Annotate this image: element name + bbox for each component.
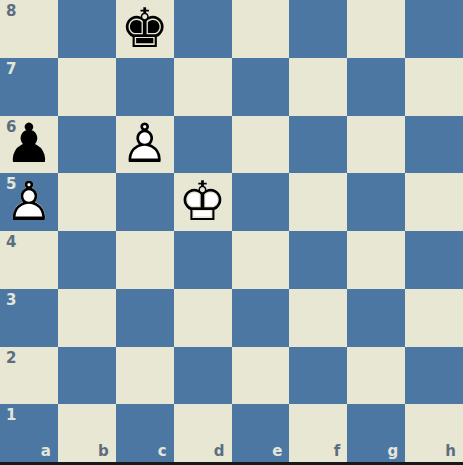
square-f3[interactable] (289, 289, 347, 347)
square-f5[interactable] (289, 173, 347, 231)
white-pawn-outline: ♙ (0, 173, 58, 231)
rank-label-4: 4 (6, 235, 16, 250)
square-e6[interactable] (232, 116, 290, 174)
square-f7[interactable] (289, 58, 347, 116)
square-b6[interactable] (58, 116, 116, 174)
square-a4[interactable]: 4 (0, 231, 58, 289)
square-c6[interactable]: ♟♙ (116, 116, 174, 174)
square-g6[interactable] (347, 116, 405, 174)
file-label-d: d (214, 444, 225, 459)
square-h6[interactable] (405, 116, 463, 174)
white-pawn-piece[interactable]: ♟♙ (116, 116, 174, 174)
square-d2[interactable] (174, 347, 232, 405)
square-d4[interactable] (174, 231, 232, 289)
black-pawn-glyph: ♟ (0, 116, 58, 174)
black-king-piece[interactable]: ♚ (116, 0, 174, 58)
file-label-a: a (41, 444, 51, 459)
square-b7[interactable] (58, 58, 116, 116)
chess-board: 8♚76♟♟♙5♟♙♚♔4321abcdefgh (0, 0, 463, 462)
square-d1[interactable]: d (174, 404, 232, 462)
square-c4[interactable] (116, 231, 174, 289)
square-b8[interactable] (58, 0, 116, 58)
file-label-e: e (272, 444, 282, 459)
square-c5[interactable] (116, 173, 174, 231)
white-pawn-outline: ♙ (116, 116, 174, 174)
square-h4[interactable] (405, 231, 463, 289)
rank-label-2: 2 (6, 351, 16, 366)
square-c1[interactable]: c (116, 404, 174, 462)
square-d5[interactable]: ♚♔ (174, 173, 232, 231)
square-e7[interactable] (232, 58, 290, 116)
square-h5[interactable] (405, 173, 463, 231)
file-label-c: c (158, 444, 167, 459)
square-f1[interactable]: f (289, 404, 347, 462)
square-c2[interactable] (116, 347, 174, 405)
square-g8[interactable] (347, 0, 405, 58)
rank-label-8: 8 (6, 4, 16, 19)
square-e8[interactable] (232, 0, 290, 58)
square-g1[interactable]: g (347, 404, 405, 462)
square-a3[interactable]: 3 (0, 289, 58, 347)
rank-label-3: 3 (6, 293, 16, 308)
square-h8[interactable] (405, 0, 463, 58)
square-d3[interactable] (174, 289, 232, 347)
white-king-piece[interactable]: ♚♔ (174, 173, 232, 231)
chess-app: 8♚76♟♟♙5♟♙♚♔4321abcdefgh (0, 0, 463, 465)
square-a8[interactable]: 8 (0, 0, 58, 58)
white-pawn-piece[interactable]: ♟♙ (0, 173, 58, 231)
square-g2[interactable] (347, 347, 405, 405)
square-e4[interactable] (232, 231, 290, 289)
square-h7[interactable] (405, 58, 463, 116)
square-b2[interactable] (58, 347, 116, 405)
square-d8[interactable] (174, 0, 232, 58)
file-label-f: f (334, 444, 341, 459)
square-d7[interactable] (174, 58, 232, 116)
square-h3[interactable] (405, 289, 463, 347)
square-g4[interactable] (347, 231, 405, 289)
square-b3[interactable] (58, 289, 116, 347)
square-a6[interactable]: 6♟ (0, 116, 58, 174)
square-e3[interactable] (232, 289, 290, 347)
square-h2[interactable] (405, 347, 463, 405)
square-c3[interactable] (116, 289, 174, 347)
square-b1[interactable]: b (58, 404, 116, 462)
square-e2[interactable] (232, 347, 290, 405)
square-f8[interactable] (289, 0, 347, 58)
black-king-glyph: ♚ (116, 0, 174, 58)
file-label-h: h (445, 444, 456, 459)
square-h1[interactable]: h (405, 404, 463, 462)
square-g5[interactable] (347, 173, 405, 231)
square-g7[interactable] (347, 58, 405, 116)
square-a1[interactable]: 1a (0, 404, 58, 462)
square-f2[interactable] (289, 347, 347, 405)
square-a5[interactable]: 5♟♙ (0, 173, 58, 231)
square-e5[interactable] (232, 173, 290, 231)
square-e1[interactable]: e (232, 404, 290, 462)
square-d6[interactable] (174, 116, 232, 174)
rank-label-7: 7 (6, 62, 16, 77)
white-king-outline: ♔ (174, 173, 232, 231)
square-f6[interactable] (289, 116, 347, 174)
square-c8[interactable]: ♚ (116, 0, 174, 58)
square-a2[interactable]: 2 (0, 347, 58, 405)
square-f4[interactable] (289, 231, 347, 289)
file-label-b: b (98, 444, 109, 459)
square-b5[interactable] (58, 173, 116, 231)
square-a7[interactable]: 7 (0, 58, 58, 116)
black-pawn-piece[interactable]: ♟ (0, 116, 58, 174)
square-b4[interactable] (58, 231, 116, 289)
rank-label-1: 1 (6, 408, 16, 423)
square-g3[interactable] (347, 289, 405, 347)
square-c7[interactable] (116, 58, 174, 116)
file-label-g: g (387, 444, 398, 459)
